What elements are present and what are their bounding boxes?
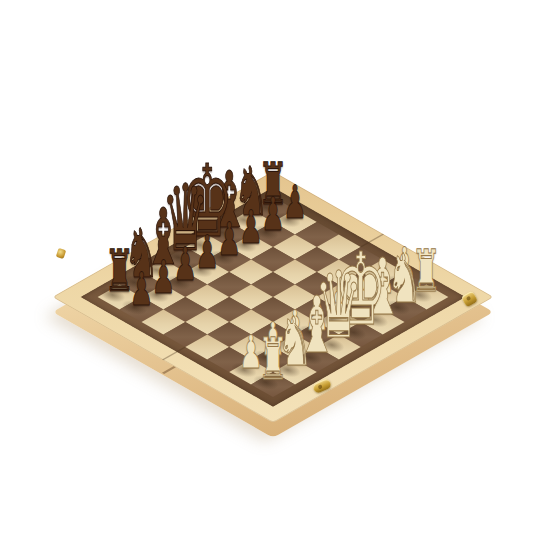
board-border: ♜♞♝♛♚♝♞♜♟♟♟♟♟♟♟♟♟♟♟♟♟♟♟♟♜♞♝♛♚♝♞♜ [81, 187, 466, 406]
black-pawn-icon: ♟ [173, 241, 197, 287]
black-pawn-icon: ♟ [195, 228, 219, 274]
white-rook-icon: ♜ [258, 329, 288, 387]
black-pawn-icon: ♟ [239, 203, 263, 249]
black-pawn-icon: ♟ [130, 266, 154, 312]
black-pawn-icon: ♟ [217, 216, 241, 262]
black-pawn-icon: ♟ [261, 191, 285, 237]
chess-board: ♜♞♝♛♚♝♞♜♟♟♟♟♟♟♟♟♟♟♟♟♟♟♟♟♜♞♝♛♚♝♞♜ [52, 171, 493, 423]
black-pawn-icon: ♟ [151, 253, 175, 299]
product-photo: ♜♞♝♛♚♝♞♜♟♟♟♟♟♟♟♟♟♟♟♟♟♟♟♟♜♞♝♛♚♝♞♜ [0, 0, 533, 533]
board-frame: ♜♞♝♛♚♝♞♜♟♟♟♟♟♟♟♟♟♟♟♟♟♟♟♟♜♞♝♛♚♝♞♜ [52, 171, 493, 423]
black-pawn-icon: ♟ [283, 178, 307, 224]
brass-hinge-icon [56, 248, 66, 259]
